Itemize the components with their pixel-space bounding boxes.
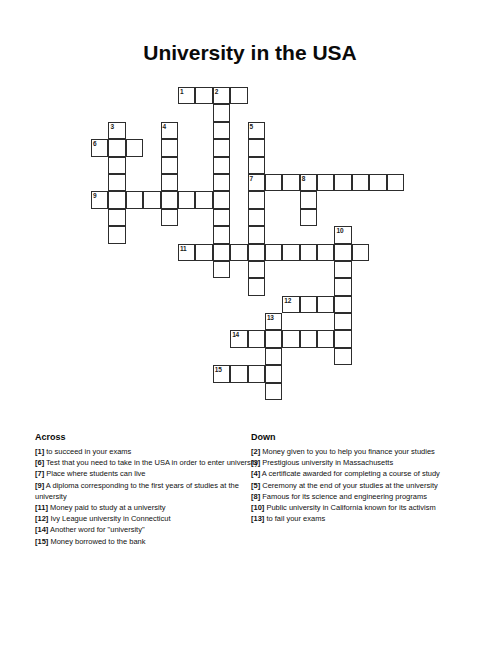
across-clue-text-11: Money paid to study at a university — [48, 503, 166, 512]
cell-3-7[interactable] — [213, 139, 230, 156]
down-clue-number-10: [10] — [251, 503, 264, 512]
across-clue-7: [7] Place where students can live — [35, 468, 259, 479]
down-clue-10: [10] Public university in California kno… — [251, 502, 466, 513]
cell-14-8[interactable]: 14 — [230, 330, 247, 347]
down-clue-5: [5] Ceremony at the end of your studies … — [251, 480, 466, 491]
cell-8-9[interactable] — [248, 226, 265, 243]
clue-number-11: 11 — [180, 245, 186, 252]
across-clue-number-11: [11] — [35, 503, 48, 512]
down-clue-text-5: Ceremony at the end of your studies at t… — [260, 481, 438, 490]
cell-7-12[interactable] — [300, 209, 317, 226]
cell-5-14[interactable] — [334, 174, 351, 191]
clue-number-2: 2 — [215, 88, 218, 95]
cell-4-7[interactable] — [213, 157, 230, 174]
down-clue-number-5: [5] — [251, 481, 260, 490]
puzzle-title: University in the USA — [0, 41, 500, 65]
cell-4-1[interactable] — [108, 157, 125, 174]
cell-5-17[interactable] — [387, 174, 404, 191]
cell-5-13[interactable] — [317, 174, 334, 191]
cell-14-14[interactable] — [334, 330, 351, 347]
cell-7-9[interactable] — [248, 209, 265, 226]
cell-13-10[interactable]: 13 — [265, 313, 282, 330]
down-clue-text-2: Money given to you to help you finance y… — [260, 447, 435, 456]
cell-10-14[interactable] — [334, 261, 351, 278]
down-clue-number-2: [2] — [251, 447, 260, 456]
down-clues-section: Down [2] Money given to you to help you … — [251, 431, 466, 524]
across-clue-text-6: Test that you need to take in the USA in… — [44, 458, 258, 467]
cell-12-12[interactable] — [300, 296, 317, 313]
cell-6-0[interactable]: 9 — [91, 191, 108, 208]
down-clue-4: [4] A certificate awarded for completing… — [251, 468, 466, 479]
cell-3-0[interactable]: 6 — [91, 139, 108, 156]
cell-0-8[interactable] — [230, 87, 247, 104]
clue-number-13: 13 — [267, 314, 274, 321]
page: University in the USA 123456789101112131… — [0, 0, 500, 647]
cell-2-7[interactable] — [213, 122, 230, 139]
cell-2-9[interactable]: 5 — [248, 122, 265, 139]
cell-9-10[interactable] — [265, 244, 282, 261]
across-clue-number-6: [6] — [35, 458, 44, 467]
cell-1-7[interactable] — [213, 104, 230, 121]
across-clue-number-9: [9] — [35, 481, 44, 490]
cell-7-7[interactable] — [213, 209, 230, 226]
cell-5-16[interactable] — [369, 174, 386, 191]
across-clues-section: Across [1] to succeed in your exams[6] T… — [35, 431, 259, 547]
down-clue-3: [3] Prestigious university in Massachuse… — [251, 457, 466, 468]
down-clue-text-13: to fail your exams — [264, 514, 325, 523]
clue-number-8: 8 — [302, 175, 305, 182]
cell-16-9[interactable] — [248, 365, 265, 382]
cell-5-15[interactable] — [352, 174, 369, 191]
down-clue-number-13: [13] — [251, 514, 264, 523]
cell-4-9[interactable] — [248, 157, 265, 174]
cell-8-14[interactable]: 10 — [334, 226, 351, 243]
across-clue-number-1: [1] — [35, 447, 44, 456]
down-header: Down — [251, 431, 466, 443]
cell-11-14[interactable] — [334, 278, 351, 295]
across-clue-number-15: [15] — [35, 537, 48, 546]
cell-5-1[interactable] — [108, 174, 125, 191]
cell-10-9[interactable] — [248, 261, 265, 278]
clue-number-7: 7 — [250, 175, 253, 182]
across-clue-9: [9] A diploma corresponding to the first… — [35, 480, 259, 502]
cell-8-1[interactable] — [108, 226, 125, 243]
cell-3-2[interactable] — [126, 139, 143, 156]
cell-0-7[interactable]: 2 — [213, 87, 230, 104]
cell-6-4[interactable] — [161, 191, 178, 208]
across-header: Across — [35, 431, 259, 443]
clue-number-10: 10 — [336, 227, 343, 234]
cell-9-9[interactable] — [248, 244, 265, 261]
cell-13-14[interactable] — [334, 313, 351, 330]
cell-9-6[interactable] — [195, 244, 212, 261]
clue-number-15: 15 — [215, 366, 222, 373]
down-clue-number-8: [8] — [251, 492, 260, 501]
cell-0-6[interactable] — [195, 87, 212, 104]
cell-16-8[interactable] — [230, 365, 247, 382]
clue-number-5: 5 — [250, 123, 253, 130]
cell-2-1[interactable]: 3 — [108, 122, 125, 139]
cell-6-7[interactable] — [213, 191, 230, 208]
cell-16-10[interactable] — [265, 365, 282, 382]
cell-6-9[interactable] — [248, 191, 265, 208]
down-clue-text-8: Famous for its science and engineering p… — [260, 492, 427, 501]
across-clue-12: [12] Ivy League university in Connecticu… — [35, 513, 259, 524]
cell-12-13[interactable] — [317, 296, 334, 313]
cell-17-10[interactable] — [265, 383, 282, 400]
across-clue-text-14: Another word for "university" — [48, 525, 144, 534]
cell-9-8[interactable] — [230, 244, 247, 261]
cell-7-1[interactable] — [108, 209, 125, 226]
clue-number-4: 4 — [163, 123, 166, 130]
down-clue-13: [13] to fail your exams — [251, 513, 466, 524]
cell-9-11[interactable] — [282, 244, 299, 261]
cell-6-5[interactable] — [178, 191, 195, 208]
cell-14-10[interactable] — [265, 330, 282, 347]
clue-number-9: 9 — [93, 192, 96, 199]
cell-6-6[interactable] — [195, 191, 212, 208]
cell-10-7[interactable] — [213, 261, 230, 278]
cell-4-4[interactable] — [161, 157, 178, 174]
cell-6-12[interactable] — [300, 191, 317, 208]
down-clue-text-3: Prestigious university in Massachusetts — [260, 458, 393, 467]
cell-2-4[interactable]: 4 — [161, 122, 178, 139]
across-clue-6: [6] Test that you need to take in the US… — [35, 457, 259, 468]
clue-number-6: 6 — [93, 140, 96, 147]
cell-3-9[interactable] — [248, 139, 265, 156]
cell-6-3[interactable] — [143, 191, 160, 208]
cell-9-13[interactable] — [317, 244, 334, 261]
crossword-grid: 123456789101112131415 — [91, 87, 404, 400]
down-clue-number-3: [3] — [251, 458, 260, 467]
cell-5-10[interactable] — [265, 174, 282, 191]
cell-15-10[interactable] — [265, 348, 282, 365]
across-clue-text-7: Place where students can live — [44, 469, 145, 478]
cell-5-7[interactable] — [213, 174, 230, 191]
cell-12-11[interactable]: 12 — [282, 296, 299, 313]
cell-5-11[interactable] — [282, 174, 299, 191]
across-clue-text-9: A diploma corresponding to the first yea… — [35, 481, 239, 501]
cell-9-5[interactable]: 11 — [178, 244, 195, 261]
across-clue-list: [1] to succeed in your exams[6] Test tha… — [35, 446, 259, 547]
down-clue-2: [2] Money given to you to help you finan… — [251, 446, 466, 457]
cell-3-1[interactable] — [108, 139, 125, 156]
cell-3-4[interactable] — [161, 139, 178, 156]
down-clue-text-10: Public university in California known fo… — [264, 503, 435, 512]
down-clue-text-4: A certificate awarded for completing a c… — [260, 469, 440, 478]
clue-number-3: 3 — [110, 123, 113, 130]
cell-11-9[interactable] — [248, 278, 265, 295]
cell-6-2[interactable] — [126, 191, 143, 208]
cell-5-4[interactable] — [161, 174, 178, 191]
across-clue-11: [11] Money paid to study at a university — [35, 502, 259, 513]
cell-9-14[interactable] — [334, 244, 351, 261]
cell-9-15[interactable] — [352, 244, 369, 261]
cell-14-9[interactable] — [248, 330, 265, 347]
cell-5-9[interactable]: 7 — [248, 174, 265, 191]
down-clue-8: [8] Famous for its science and engineeri… — [251, 491, 466, 502]
down-clue-number-4: [4] — [251, 469, 260, 478]
cell-9-12[interactable] — [300, 244, 317, 261]
across-clue-text-15: Money borrowed to the bank — [48, 537, 145, 546]
cell-0-5[interactable]: 1 — [178, 87, 195, 104]
across-clue-text-1: to succeed in your exams — [44, 447, 131, 456]
clue-number-1: 1 — [180, 88, 183, 95]
cell-14-12[interactable] — [300, 330, 317, 347]
cell-6-1[interactable] — [108, 191, 125, 208]
clue-number-12: 12 — [284, 297, 291, 304]
across-clue-number-7: [7] — [35, 469, 44, 478]
cell-16-7[interactable]: 15 — [213, 365, 230, 382]
cell-5-12[interactable]: 8 — [300, 174, 317, 191]
clue-number-14: 14 — [232, 331, 239, 338]
cell-15-14[interactable] — [334, 348, 351, 365]
cell-12-14[interactable] — [334, 296, 351, 313]
cell-14-11[interactable] — [282, 330, 299, 347]
across-clue-15: [15] Money borrowed to the bank — [35, 536, 259, 547]
across-clue-number-14: [14] — [35, 525, 48, 534]
across-clue-number-12: [12] — [35, 514, 48, 523]
across-clue-14: [14] Another word for "university" — [35, 524, 259, 535]
across-clue-text-12: Ivy League university in Connecticut — [48, 514, 170, 523]
cell-9-7[interactable] — [213, 244, 230, 261]
cell-7-4[interactable] — [161, 209, 178, 226]
down-clue-list: [2] Money given to you to help you finan… — [251, 446, 466, 524]
across-clue-1: [1] to succeed in your exams — [35, 446, 259, 457]
cell-14-13[interactable] — [317, 330, 334, 347]
cell-8-7[interactable] — [213, 226, 230, 243]
